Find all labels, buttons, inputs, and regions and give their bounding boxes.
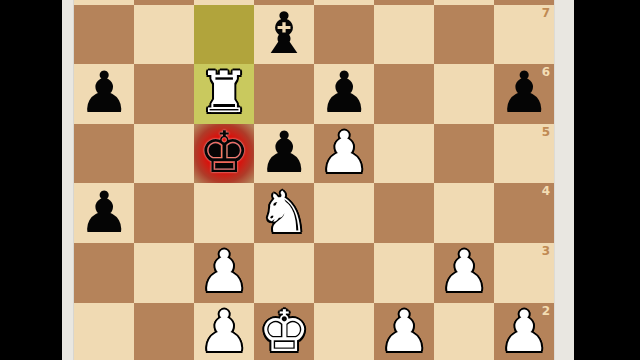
square-e4[interactable] bbox=[314, 183, 374, 243]
white-pawn-c2[interactable]: ♟ bbox=[198, 303, 249, 360]
rank-label-5: 5 bbox=[542, 125, 550, 139]
square-b7[interactable] bbox=[134, 5, 194, 65]
square-a6[interactable]: ♟ bbox=[74, 64, 134, 124]
square-f2[interactable]: ♟ bbox=[374, 303, 434, 360]
black-king-c5[interactable]: ♚ bbox=[198, 124, 249, 181]
square-f4[interactable] bbox=[374, 183, 434, 243]
square-h3[interactable]: 3 bbox=[494, 243, 554, 303]
square-a4[interactable]: ♟ bbox=[74, 183, 134, 243]
left-black-bar bbox=[0, 0, 62, 360]
square-h4[interactable]: 4 bbox=[494, 183, 554, 243]
square-b4[interactable] bbox=[134, 183, 194, 243]
square-b5[interactable] bbox=[134, 124, 194, 184]
board-right-margin bbox=[554, 0, 574, 360]
square-g5[interactable] bbox=[434, 124, 494, 184]
square-g3[interactable]: ♟ bbox=[434, 243, 494, 303]
white-knight-d4[interactable]: ♞ bbox=[258, 184, 309, 241]
square-e6[interactable]: ♟ bbox=[314, 64, 374, 124]
square-d6[interactable] bbox=[254, 64, 314, 124]
square-g6[interactable] bbox=[434, 64, 494, 124]
rank-label-3: 3 bbox=[542, 244, 550, 258]
square-e5[interactable]: ♟ bbox=[314, 124, 374, 184]
square-h6[interactable]: ♟6 bbox=[494, 64, 554, 124]
black-bishop-d7[interactable]: ♝ bbox=[258, 5, 309, 62]
square-h5[interactable]: 5 bbox=[494, 124, 554, 184]
square-f5[interactable] bbox=[374, 124, 434, 184]
square-h7[interactable]: 7 bbox=[494, 5, 554, 65]
square-h2[interactable]: ♟2 bbox=[494, 303, 554, 360]
square-c4[interactable] bbox=[194, 183, 254, 243]
square-e7[interactable] bbox=[314, 5, 374, 65]
square-f7[interactable] bbox=[374, 5, 434, 65]
square-c6[interactable]: ♜ bbox=[194, 64, 254, 124]
rank-label-4: 4 bbox=[542, 184, 550, 198]
black-pawn-e6[interactable]: ♟ bbox=[318, 64, 369, 121]
square-e2[interactable] bbox=[314, 303, 374, 360]
square-c5[interactable]: ♚ bbox=[194, 124, 254, 184]
square-d3[interactable] bbox=[254, 243, 314, 303]
square-b2[interactable] bbox=[134, 303, 194, 360]
square-a7[interactable] bbox=[74, 5, 134, 65]
square-f3[interactable] bbox=[374, 243, 434, 303]
black-pawn-a4[interactable]: ♟ bbox=[78, 184, 129, 241]
rank-label-2: 2 bbox=[542, 304, 550, 318]
square-a5[interactable] bbox=[74, 124, 134, 184]
white-pawn-c3[interactable]: ♟ bbox=[198, 243, 249, 300]
square-d4[interactable]: ♞ bbox=[254, 183, 314, 243]
square-d2[interactable]: ♚ bbox=[254, 303, 314, 360]
square-e3[interactable] bbox=[314, 243, 374, 303]
square-c3[interactable]: ♟ bbox=[194, 243, 254, 303]
square-a3[interactable] bbox=[74, 243, 134, 303]
rank-label-7: 7 bbox=[542, 6, 550, 20]
square-c7[interactable] bbox=[194, 5, 254, 65]
square-b3[interactable] bbox=[134, 243, 194, 303]
black-pawn-a6[interactable]: ♟ bbox=[78, 64, 129, 121]
square-g7[interactable] bbox=[434, 5, 494, 65]
square-c2[interactable]: ♟ bbox=[194, 303, 254, 360]
square-a2[interactable] bbox=[74, 303, 134, 360]
white-rook-c6[interactable]: ♜ bbox=[198, 64, 249, 121]
square-d7[interactable]: ♝ bbox=[254, 5, 314, 65]
board-left-margin bbox=[62, 0, 74, 360]
white-pawn-f2[interactable]: ♟ bbox=[378, 303, 429, 360]
white-pawn-g3[interactable]: ♟ bbox=[438, 243, 489, 300]
black-pawn-d5[interactable]: ♟ bbox=[258, 124, 309, 181]
right-black-bar bbox=[574, 0, 640, 360]
square-d5[interactable]: ♟ bbox=[254, 124, 314, 184]
chess-board: ♝7♟♜♟♟6♚♟♟5♟♞4♟♟3♟♚♟♟2 bbox=[74, 0, 554, 360]
square-g2[interactable] bbox=[434, 303, 494, 360]
rank-label-6: 6 bbox=[542, 65, 550, 79]
square-g4[interactable] bbox=[434, 183, 494, 243]
square-b6[interactable] bbox=[134, 64, 194, 124]
white-king-d2[interactable]: ♚ bbox=[258, 303, 309, 360]
square-f6[interactable] bbox=[374, 64, 434, 124]
video-frame: ♝7♟♜♟♟6♚♟♟5♟♞4♟♟3♟♚♟♟2 bbox=[0, 0, 640, 360]
white-pawn-e5[interactable]: ♟ bbox=[318, 124, 369, 181]
